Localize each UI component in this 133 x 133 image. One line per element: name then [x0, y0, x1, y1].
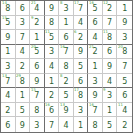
digit: 6: [122, 92, 127, 100]
cage-sum: 20: [118, 45, 123, 49]
digit: 4: [5, 92, 10, 100]
digit: 8: [93, 122, 98, 130]
cell-r3c7[interactable]: 4: [88, 30, 103, 45]
cell-r5c8[interactable]: 9: [103, 59, 118, 74]
cell-r6c6[interactable]: 6: [74, 74, 89, 89]
digit: 1: [122, 5, 127, 13]
digit: 1: [34, 34, 39, 42]
digit: 1: [93, 63, 98, 71]
digit: 1: [5, 48, 10, 56]
cell-r2c8[interactable]: 7: [103, 16, 118, 31]
cell-r5c4[interactable]: 4: [45, 59, 60, 74]
digit: 4: [93, 34, 98, 42]
digit: 9: [122, 19, 127, 27]
digit: 7: [63, 48, 68, 56]
cage-sum: 21: [31, 1, 36, 5]
cell-r7c7[interactable]: 9: [88, 88, 103, 103]
cell-r6c3[interactable]: 9: [30, 74, 45, 89]
digit: 3: [49, 48, 54, 56]
cage-sum: 8: [60, 1, 62, 5]
cell-r8c3[interactable]: 8: [30, 103, 45, 118]
cage-sum: 8: [60, 74, 62, 78]
digit: 4: [34, 5, 39, 13]
cage-sum: 16: [60, 45, 65, 49]
digit: 6: [93, 19, 98, 27]
digit: 9: [78, 48, 83, 56]
digit: 6: [49, 107, 54, 115]
cell-r9c2[interactable]: 9: [16, 117, 31, 132]
cage-sum: 6: [74, 30, 76, 34]
digit: 4: [20, 48, 25, 56]
cell-r9c5[interactable]: 4: [59, 117, 74, 132]
cell-r1c5[interactable]: 83: [59, 1, 74, 16]
cell-r9c4[interactable]: 7: [45, 117, 60, 132]
cell-r7c3[interactable]: 157: [30, 88, 45, 103]
digit: 4: [122, 107, 127, 115]
cell-r6c9[interactable]: 5: [117, 74, 132, 89]
cell-r1c1[interactable]: 148: [1, 1, 16, 16]
digit: 1: [20, 92, 25, 100]
cell-r2c6[interactable]: 4: [74, 16, 89, 31]
digit: 2: [107, 5, 112, 13]
cell-r1c2[interactable]: 6: [16, 1, 31, 16]
sudoku-board: 1486214983177165122115539281467997111566…: [0, 0, 133, 133]
digit: 3: [63, 5, 68, 13]
cage-sum: 17: [74, 88, 79, 92]
cell-r4c3[interactable]: 205: [30, 45, 45, 60]
digit: 8: [107, 34, 112, 42]
cell-r5c7[interactable]: 1: [88, 59, 103, 74]
digit: 1: [63, 19, 68, 27]
cage-sum: 15: [31, 88, 36, 92]
cell-r1c3[interactable]: 214: [30, 1, 45, 16]
cell-r1c9[interactable]: 1: [117, 1, 132, 16]
digit: 1: [49, 78, 54, 86]
cell-r3c6[interactable]: 62: [74, 30, 89, 45]
cell-r5c6[interactable]: 5: [74, 59, 89, 74]
cell-r5c1[interactable]: 3: [1, 59, 16, 74]
digit: 8: [34, 107, 39, 115]
digit: 7: [78, 5, 83, 13]
cell-r5c3[interactable]: 6: [30, 59, 45, 74]
cell-r3c5[interactable]: 6: [59, 30, 74, 45]
cell-r7c1[interactable]: 4: [1, 88, 16, 103]
cage-sum: 11: [103, 30, 108, 34]
cell-r4c5[interactable]: 167: [59, 45, 74, 60]
digit: 6: [78, 78, 83, 86]
cage-sum: 13: [2, 74, 7, 78]
cell-r8c6[interactable]: 3: [74, 103, 89, 118]
cell-r3c4[interactable]: 115: [45, 30, 60, 45]
digit: 8: [78, 92, 83, 100]
cell-r4c2[interactable]: 4: [16, 45, 31, 60]
digit: 3: [93, 78, 98, 86]
cell-r2c2[interactable]: 3: [16, 16, 31, 31]
digit: 9: [93, 92, 98, 100]
cell-r2c5[interactable]: 1: [59, 16, 74, 31]
cage-sum: 9: [31, 16, 33, 20]
cage-sum: 16: [89, 1, 94, 5]
cell-r2c3[interactable]: 92: [30, 16, 45, 31]
cage-sum: 21: [89, 45, 94, 49]
cell-r9c3[interactable]: 3: [30, 117, 45, 132]
digit: 7: [20, 34, 25, 42]
cage-sum: 29: [16, 74, 21, 78]
cage-sum: 20: [31, 45, 36, 49]
digit: 5: [93, 5, 98, 13]
cage-sum: 12: [103, 1, 108, 5]
cell-r8c9[interactable]: 114: [117, 103, 132, 118]
digit: 7: [5, 78, 10, 86]
cell-r4c7[interactable]: 212: [88, 45, 103, 60]
digit: 8: [49, 19, 54, 27]
cell-r5c2[interactable]: 2: [16, 59, 31, 74]
cell-r5c9[interactable]: 7: [117, 59, 132, 74]
cell-r8c1[interactable]: 2: [1, 103, 16, 118]
digit: 5: [49, 34, 54, 42]
cage-sum: 11: [118, 103, 123, 107]
digit: 2: [5, 107, 10, 115]
cell-r1c6[interactable]: 177: [74, 1, 89, 16]
digit: 7: [107, 19, 112, 27]
cell-r8c4[interactable]: 166: [45, 103, 60, 118]
digit: 5: [63, 92, 68, 100]
digit: 1: [78, 122, 83, 130]
cage-sum: 17: [74, 1, 79, 5]
digit: 9: [107, 63, 112, 71]
cell-r6c7[interactable]: 3: [88, 74, 103, 89]
digit: 6: [34, 63, 39, 71]
cell-r7c8[interactable]: 93: [103, 88, 118, 103]
cell-r1c7[interactable]: 165: [88, 1, 103, 16]
digit: 4: [63, 122, 68, 130]
cell-r3c8[interactable]: 118: [103, 30, 118, 45]
digit: 8: [122, 48, 127, 56]
cell-r5c5[interactable]: 8: [59, 59, 74, 74]
cage-sum: 9: [103, 88, 105, 92]
cell-r6c1[interactable]: 137: [1, 74, 16, 89]
cell-r3c9[interactable]: 3: [117, 30, 132, 45]
digit: 7: [122, 63, 127, 71]
cage-sum: 13: [60, 103, 65, 107]
cell-r7c2[interactable]: 1: [16, 88, 31, 103]
digit: 5: [122, 78, 127, 86]
cell-r3c3[interactable]: 1: [30, 30, 45, 45]
digit: 3: [34, 122, 39, 130]
digit: 9: [63, 107, 68, 115]
cell-r7c9[interactable]: 6: [117, 88, 132, 103]
digit: 3: [122, 34, 127, 42]
cell-r6c5[interactable]: 82: [59, 74, 74, 89]
cell-r2c1[interactable]: 155: [1, 16, 16, 31]
digit: 2: [78, 34, 83, 42]
cage-sum: 16: [45, 103, 50, 107]
digit: 2: [93, 48, 98, 56]
digit: 7: [93, 107, 98, 115]
cage-sum: 15: [2, 16, 7, 20]
cell-r9c1[interactable]: 6: [1, 117, 16, 132]
cell-r7c6[interactable]: 178: [74, 88, 89, 103]
digit: 1: [107, 107, 112, 115]
cell-r6c2[interactable]: 298: [16, 74, 31, 89]
digit: 5: [20, 107, 25, 115]
cell-r2c7[interactable]: 6: [88, 16, 103, 31]
cell-r8c5[interactable]: 139: [59, 103, 74, 118]
digit: 2: [63, 78, 68, 86]
cage-sum: 11: [45, 30, 50, 34]
digit: 8: [5, 5, 10, 13]
digit: 9: [20, 122, 25, 130]
cell-r1c4[interactable]: 9: [45, 1, 60, 16]
digit: 4: [78, 19, 83, 27]
cell-r8c2[interactable]: 5: [16, 103, 31, 118]
digit: 4: [49, 63, 54, 71]
digit: 7: [49, 122, 54, 130]
cell-r1c8[interactable]: 122: [103, 1, 118, 16]
cell-r9c6[interactable]: 1: [74, 117, 89, 132]
digit: 2: [20, 63, 25, 71]
cell-r6c4[interactable]: 1: [45, 74, 60, 89]
cell-r8c7[interactable]: 167: [88, 103, 103, 118]
digit: 5: [5, 19, 10, 27]
digit: 6: [63, 34, 68, 42]
cell-r9c8[interactable]: 5: [103, 117, 118, 132]
digit: 3: [5, 63, 10, 71]
digit: 9: [5, 34, 10, 42]
cell-r4c8[interactable]: 6: [103, 45, 118, 60]
digit: 5: [107, 122, 112, 130]
digit: 2: [49, 92, 54, 100]
cell-r7c4[interactable]: 2: [45, 88, 60, 103]
digit: 5: [78, 63, 83, 71]
digit: 6: [107, 48, 112, 56]
digit: 6: [20, 5, 25, 13]
digit: 3: [78, 107, 83, 115]
cage-sum: 16: [89, 103, 94, 107]
cell-r9c7[interactable]: 8: [88, 117, 103, 132]
digit: 3: [20, 19, 25, 27]
digit: 2: [34, 19, 39, 27]
cell-r4c6[interactable]: 9: [74, 45, 89, 60]
cell-r4c9[interactable]: 208: [117, 45, 132, 60]
digit: 5: [34, 48, 39, 56]
digit: 2: [122, 122, 127, 130]
cell-r2c9[interactable]: 9: [117, 16, 132, 31]
cell-r2c4[interactable]: 8: [45, 16, 60, 31]
digit: 8: [63, 63, 68, 71]
digit: 9: [49, 5, 54, 13]
digit: 9: [34, 78, 39, 86]
cell-r7c5[interactable]: 5: [59, 88, 74, 103]
digit: 6: [5, 122, 10, 130]
digit: 4: [107, 78, 112, 86]
cell-r4c4[interactable]: 3: [45, 45, 60, 60]
cell-r9c9[interactable]: 2: [117, 117, 132, 132]
cell-r3c2[interactable]: 7: [16, 30, 31, 45]
cage-sum: 14: [2, 1, 7, 5]
digit: 3: [107, 92, 112, 100]
cell-r3c1[interactable]: 9: [1, 30, 16, 45]
cell-r8c8[interactable]: 1: [103, 103, 118, 118]
cell-r4c1[interactable]: 1: [1, 45, 16, 60]
digit: 7: [34, 92, 39, 100]
cell-r6c8[interactable]: 4: [103, 74, 118, 89]
digit: 8: [20, 78, 25, 86]
